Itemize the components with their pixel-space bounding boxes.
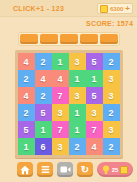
tile-r3c2[interactable]: 2 — [35, 87, 52, 104]
coin-icon — [100, 5, 108, 13]
refresh-icon: ↻ — [81, 165, 89, 175]
tile-r1c6[interactable]: 2 — [103, 53, 120, 70]
home-icon — [20, 165, 30, 175]
tile-grid: 421352244113427353253132517173163242 — [18, 53, 120, 155]
tile-r6c3[interactable]: 3 — [52, 138, 69, 155]
coin-counter[interactable]: 6300 + — [97, 3, 133, 14]
tile-r1c5[interactable]: 5 — [86, 53, 103, 70]
tile-r6c5[interactable]: 4 — [86, 138, 103, 155]
tile-r5c4[interactable]: 1 — [69, 121, 86, 138]
tile-r2c3[interactable]: 4 — [52, 70, 69, 87]
tile-r6c1[interactable]: 1 — [18, 138, 35, 155]
tile-r4c3[interactable]: 3 — [52, 104, 69, 121]
score-text: SCORE: 1574 — [86, 20, 133, 27]
tile-r6c6[interactable]: 2 — [103, 138, 120, 155]
hint-coin-icon — [120, 166, 128, 174]
hint-button[interactable]: 25 — [97, 162, 133, 177]
score-label: SCORE: — [86, 20, 114, 27]
tile-r5c1[interactable]: 5 — [18, 121, 35, 138]
video-camera-icon — [60, 165, 71, 174]
tile-r1c1[interactable]: 4 — [18, 53, 35, 70]
score-row: SCORE: 1574 — [0, 17, 137, 29]
game-title: CLICK+1 - 123 — [13, 5, 64, 12]
tile-r5c6[interactable]: 3 — [103, 121, 120, 138]
progress-segment-4 — [80, 34, 98, 44]
progress-bar — [18, 32, 120, 46]
tile-r1c4[interactable]: 3 — [69, 53, 86, 70]
watch-ad-video-button[interactable] — [57, 162, 73, 177]
add-coins-button[interactable]: + — [125, 6, 130, 12]
tile-r2c6[interactable]: 3 — [103, 70, 120, 87]
progress-segment-5 — [100, 34, 118, 44]
lightbulb-icon — [102, 165, 110, 175]
tile-r3c6[interactable]: 3 — [103, 87, 120, 104]
tile-r2c1[interactable]: 2 — [18, 70, 35, 87]
tile-r2c5[interactable]: 1 — [86, 70, 103, 87]
progress-segment-2 — [40, 34, 58, 44]
tile-r4c4[interactable]: 1 — [69, 104, 86, 121]
progress-segment-3 — [60, 34, 78, 44]
board-frame: 421352244113427353253132517173163242 — [15, 50, 123, 158]
bottom-toolbar: ↻ 25 — [0, 162, 137, 177]
tile-r4c5[interactable]: 3 — [86, 104, 103, 121]
menu-icon — [41, 165, 50, 174]
home-button[interactable] — [17, 162, 33, 177]
restart-button[interactable]: ↻ — [77, 162, 93, 177]
tile-r1c2[interactable]: 2 — [35, 53, 52, 70]
tile-r2c2[interactable]: 4 — [35, 70, 52, 87]
tile-r5c3[interactable]: 7 — [52, 121, 69, 138]
tile-r6c4[interactable]: 2 — [69, 138, 86, 155]
progress-segment-1 — [20, 34, 38, 44]
tile-r5c2[interactable]: 1 — [35, 121, 52, 138]
tile-r4c1[interactable]: 2 — [18, 104, 35, 121]
tile-r5c5[interactable]: 7 — [86, 121, 103, 138]
tile-r3c5[interactable]: 5 — [86, 87, 103, 104]
tile-r3c1[interactable]: 4 — [18, 87, 35, 104]
tile-r3c3[interactable]: 7 — [52, 87, 69, 104]
game-screen: CLICK+1 - 123 6300 + SCORE: 1574 4213522… — [0, 0, 137, 177]
tile-r3c4[interactable]: 3 — [69, 87, 86, 104]
top-bar: CLICK+1 - 123 6300 + — [0, 0, 137, 17]
tile-r4c2[interactable]: 5 — [35, 104, 52, 121]
tile-r2c4[interactable]: 1 — [69, 70, 86, 87]
tile-r4c6[interactable]: 2 — [103, 104, 120, 121]
score-value: 1574 — [117, 20, 133, 27]
menu-button[interactable] — [37, 162, 53, 177]
tile-r6c2[interactable]: 6 — [35, 138, 52, 155]
coin-count: 6300 — [110, 6, 123, 12]
hint-cost: 25 — [112, 167, 119, 173]
tile-r1c3[interactable]: 1 — [52, 53, 69, 70]
